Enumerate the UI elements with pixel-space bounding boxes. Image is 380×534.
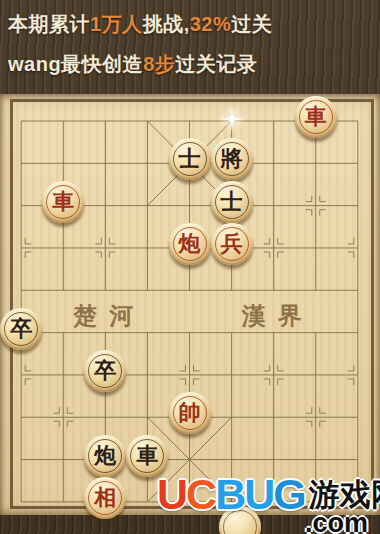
banner-text-segment: 过关记录	[175, 53, 257, 75]
piece-red-兵[interactable]: 兵	[211, 223, 253, 265]
banner-text-segment: 32%	[190, 13, 232, 35]
piece-glyph: 車	[305, 106, 327, 128]
piece-black-卒[interactable]: 卒	[84, 350, 126, 392]
piece-black-車[interactable]: 車	[126, 435, 168, 477]
piece-red-相[interactable]: 相	[84, 477, 126, 519]
challenge-stats-line: 本期累计1万人挑战,32%过关	[8, 4, 372, 44]
piece-red-車[interactable]: 車	[42, 181, 84, 223]
piece-red-炮[interactable]: 炮	[169, 223, 211, 265]
piece-glyph: 車	[136, 445, 158, 467]
piece-glyph: 車	[52, 191, 74, 213]
piece-glyph: 炮	[179, 233, 201, 255]
piece-glyph: 兵	[221, 233, 243, 255]
challenge-banner: 本期累计1万人挑战,32%过关 wang最快创造8步过关记录	[8, 4, 372, 84]
banner-text-segment: 本期累计	[8, 13, 90, 35]
piece-black-將[interactable]: 將	[211, 138, 253, 180]
piece-black-士[interactable]: 士	[169, 138, 211, 180]
banner-text-segment: 1万人	[90, 13, 143, 35]
piece-glyph: 炮	[94, 445, 116, 467]
piece-glyph: 相	[94, 487, 116, 509]
river-label-left: 楚河	[73, 300, 145, 332]
piece-glyph: 卒	[10, 318, 32, 340]
banner-text-segment: 过关	[231, 13, 272, 35]
piece-glyph: 帥	[179, 402, 201, 424]
piece-black-卒[interactable]: 卒	[0, 308, 42, 350]
banner-text-segment: wang最快创造	[8, 53, 143, 75]
banner-text-segment: 挑战,	[143, 13, 190, 35]
piece-glyph: 將	[221, 148, 243, 170]
piece-black-士[interactable]: 士	[211, 181, 253, 223]
banner-text-segment: 8步	[143, 53, 175, 75]
piece-red-帥[interactable]: 帥	[169, 392, 211, 434]
piece-red-車[interactable]: 車	[295, 96, 337, 138]
app-screen: 本期累计1万人挑战,32%过关 wang最快创造8步过关记录 楚河 漢界 車士將…	[0, 0, 380, 534]
record-line: wang最快创造8步过关记录	[8, 44, 372, 84]
piece-glyph: 卒	[94, 360, 116, 382]
river-label-right: 漢界	[242, 300, 314, 332]
piece-glyph: 士	[179, 148, 201, 170]
piece-black-炮[interactable]: 炮	[84, 435, 126, 477]
piece-glyph: 士	[221, 191, 243, 213]
